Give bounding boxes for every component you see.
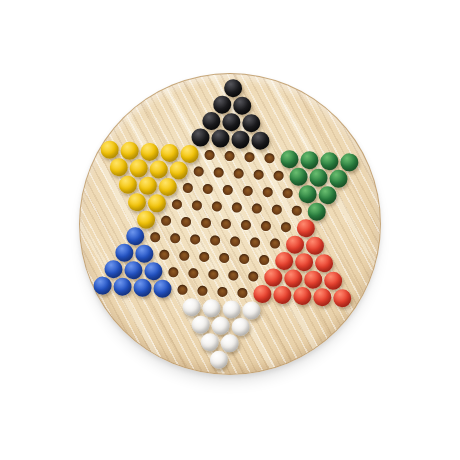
board-hole[interactable] xyxy=(241,220,252,231)
marble-red[interactable] xyxy=(304,270,323,289)
marble-green[interactable] xyxy=(329,169,348,188)
board-hole[interactable] xyxy=(181,217,192,228)
marble-blue[interactable] xyxy=(124,261,143,280)
marble-red[interactable] xyxy=(264,268,283,287)
marble-yellow[interactable] xyxy=(109,158,128,177)
board-hole[interactable] xyxy=(190,234,201,245)
marble-black[interactable] xyxy=(251,131,270,150)
marble-blue[interactable] xyxy=(135,244,154,263)
marble-red[interactable] xyxy=(296,219,315,238)
board-hole[interactable] xyxy=(228,270,239,281)
board-hole[interactable] xyxy=(197,286,208,297)
marble-green[interactable] xyxy=(300,151,319,170)
marble-green[interactable] xyxy=(298,185,317,204)
marble-white[interactable] xyxy=(222,300,241,319)
board-hole[interactable] xyxy=(242,186,253,197)
marble-black[interactable] xyxy=(231,130,250,149)
board-hole[interactable] xyxy=(281,222,292,233)
marble-white[interactable] xyxy=(231,317,250,336)
board-hole[interactable] xyxy=(252,203,263,214)
marble-red[interactable] xyxy=(295,253,314,272)
marble-white[interactable] xyxy=(200,333,219,352)
board-hole[interactable] xyxy=(272,204,283,215)
board-hole[interactable] xyxy=(179,251,190,262)
board-hole-grid xyxy=(72,67,387,382)
marble-blue[interactable] xyxy=(113,277,132,296)
board-hole[interactable] xyxy=(201,218,212,229)
marble-white[interactable] xyxy=(211,316,230,335)
board-hole[interactable] xyxy=(230,236,241,247)
board-hole[interactable] xyxy=(223,185,234,196)
marble-yellow[interactable] xyxy=(169,161,188,180)
marble-red[interactable] xyxy=(313,288,332,307)
board-hole[interactable] xyxy=(161,216,172,227)
marble-black[interactable] xyxy=(222,113,241,132)
board-hole[interactable] xyxy=(221,219,232,230)
board-hole[interactable] xyxy=(159,250,170,261)
marble-black[interactable] xyxy=(233,96,252,115)
marble-yellow[interactable] xyxy=(160,143,179,162)
marble-black[interactable] xyxy=(202,112,221,131)
marble-black[interactable] xyxy=(213,95,232,114)
marble-white[interactable] xyxy=(182,298,201,317)
board-hole[interactable] xyxy=(168,267,179,278)
marble-blue[interactable] xyxy=(93,276,112,295)
board-hole[interactable] xyxy=(262,187,273,198)
board-hole[interactable] xyxy=(170,233,181,244)
marble-green[interactable] xyxy=(289,167,308,186)
board-hole[interactable] xyxy=(237,288,248,299)
board-hole[interactable] xyxy=(219,253,230,264)
marble-yellow[interactable] xyxy=(118,175,137,194)
marble-white[interactable] xyxy=(202,299,221,318)
marble-yellow[interactable] xyxy=(138,176,157,195)
board-hole[interactable] xyxy=(193,166,204,177)
board-hole[interactable] xyxy=(253,169,264,180)
board-hole[interactable] xyxy=(232,202,243,213)
marble-red[interactable] xyxy=(315,254,334,273)
board-hole[interactable] xyxy=(212,201,223,212)
marble-blue[interactable] xyxy=(115,243,134,262)
board-hole[interactable] xyxy=(204,150,215,161)
board-hole[interactable] xyxy=(239,254,250,265)
board-hole[interactable] xyxy=(282,188,293,199)
board-hole[interactable] xyxy=(177,285,188,296)
marble-yellow[interactable] xyxy=(140,142,159,161)
board-hole[interactable] xyxy=(248,271,259,282)
marble-white[interactable] xyxy=(191,315,210,334)
board-hole[interactable] xyxy=(292,205,303,216)
marble-white[interactable] xyxy=(209,350,228,369)
marble-green[interactable] xyxy=(340,153,359,172)
marble-blue[interactable] xyxy=(104,260,123,279)
marble-red[interactable] xyxy=(333,289,352,308)
board-hole[interactable] xyxy=(270,238,281,249)
marble-black[interactable] xyxy=(211,129,230,148)
marble-yellow[interactable] xyxy=(129,159,148,178)
marble-yellow[interactable] xyxy=(100,140,119,159)
marble-yellow[interactable] xyxy=(148,194,167,213)
product-photo-scene xyxy=(0,0,460,460)
marble-yellow[interactable] xyxy=(158,177,177,196)
marble-green[interactable] xyxy=(307,202,326,221)
board-hole[interactable] xyxy=(244,152,255,163)
marble-red[interactable] xyxy=(324,271,343,290)
marble-green[interactable] xyxy=(280,150,299,169)
board-hole[interactable] xyxy=(233,168,244,179)
marble-white[interactable] xyxy=(220,334,239,353)
board-hole[interactable] xyxy=(250,237,261,248)
marble-red[interactable] xyxy=(284,269,303,288)
marble-blue[interactable] xyxy=(133,278,152,297)
board-hole[interactable] xyxy=(199,252,210,263)
marble-green[interactable] xyxy=(309,168,328,187)
board-hole[interactable] xyxy=(183,183,194,194)
marble-yellow[interactable] xyxy=(149,160,168,179)
marble-white[interactable] xyxy=(242,301,261,320)
marble-yellow[interactable] xyxy=(128,193,147,212)
board-hole[interactable] xyxy=(150,232,161,243)
marble-red[interactable] xyxy=(286,235,305,254)
board-hole[interactable] xyxy=(259,255,270,266)
game-board xyxy=(79,73,381,375)
marble-red[interactable] xyxy=(293,287,312,306)
board-hole[interactable] xyxy=(188,268,199,279)
marble-red[interactable] xyxy=(273,286,292,305)
board-hole[interactable] xyxy=(192,200,203,211)
board-hole[interactable] xyxy=(203,184,214,195)
marble-red[interactable] xyxy=(306,236,325,255)
marble-red[interactable] xyxy=(253,285,272,304)
board-hole[interactable] xyxy=(208,269,219,280)
marble-green[interactable] xyxy=(320,152,339,171)
board-hole[interactable] xyxy=(217,287,228,298)
marble-black[interactable] xyxy=(242,114,261,133)
marble-yellow[interactable] xyxy=(120,141,139,160)
board-hole[interactable] xyxy=(273,170,284,181)
marble-black[interactable] xyxy=(224,79,243,98)
board-hole[interactable] xyxy=(213,167,224,178)
marble-green[interactable] xyxy=(318,186,337,205)
marble-black[interactable] xyxy=(191,128,210,147)
board-hole[interactable] xyxy=(264,153,275,164)
marble-red[interactable] xyxy=(275,252,294,271)
marble-blue[interactable] xyxy=(144,262,163,281)
marble-yellow[interactable] xyxy=(137,210,156,229)
board-hole[interactable] xyxy=(172,199,183,210)
marble-blue[interactable] xyxy=(153,279,172,298)
board-hole[interactable] xyxy=(261,221,272,232)
board-hole[interactable] xyxy=(210,235,221,246)
board-hole[interactable] xyxy=(224,151,235,162)
marble-yellow[interactable] xyxy=(180,145,199,164)
marble-blue[interactable] xyxy=(126,227,145,246)
